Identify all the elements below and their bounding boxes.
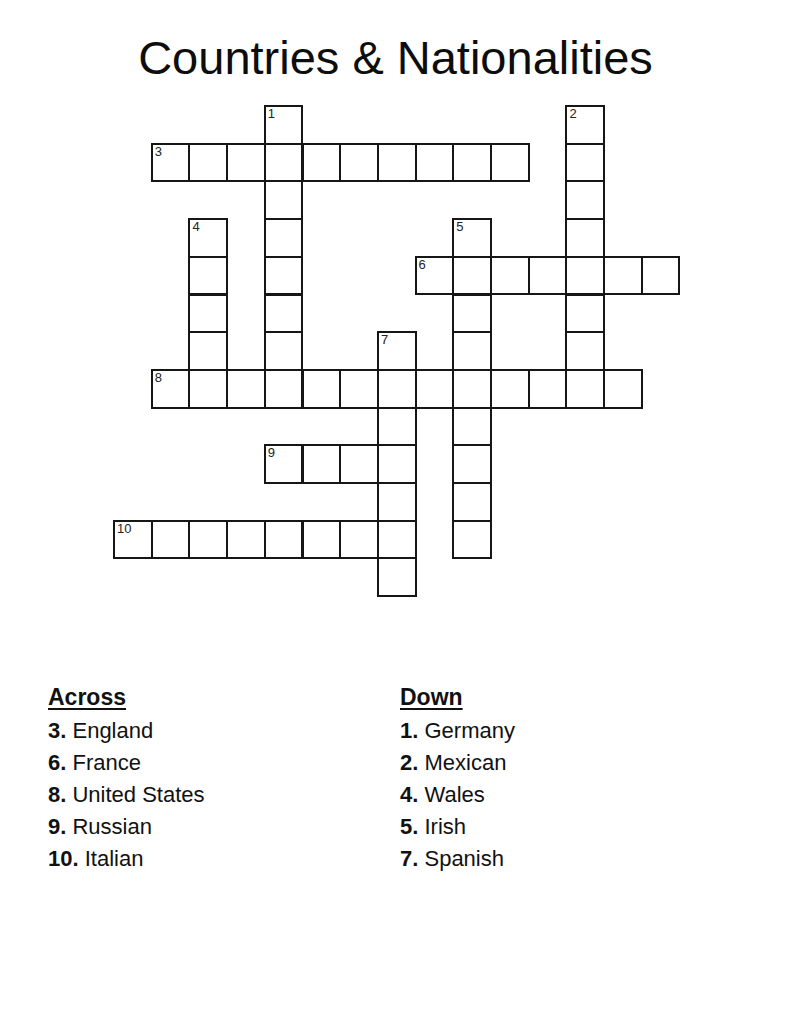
crossword-cell[interactable] [452, 369, 492, 409]
crossword-cell[interactable] [452, 143, 492, 183]
clue-number-label: 2 [569, 107, 576, 121]
crossword-cell[interactable] [264, 294, 304, 334]
crossword-cell[interactable] [603, 369, 643, 409]
crossword-cell[interactable] [264, 520, 304, 560]
crossword-cell[interactable] [565, 143, 605, 183]
crossword-cell[interactable] [415, 369, 455, 409]
clue-number-label: 9 [268, 446, 275, 460]
clue-number-label: 1 [268, 107, 275, 121]
clue-item-text: Germany [418, 718, 515, 743]
crossword-cell[interactable] [377, 520, 417, 560]
clue-item-number: 2. [400, 750, 418, 775]
page-title: Countries & Nationalities [0, 30, 791, 85]
crossword-cell[interactable] [377, 407, 417, 447]
across-clue-list: 3. England6. France8. United States9. Ru… [48, 715, 205, 875]
crossword-cell[interactable] [302, 369, 342, 409]
crossword-cell[interactable] [188, 369, 228, 409]
crossword-cell[interactable]: 10 [113, 520, 153, 560]
crossword-cell[interactable]: 3 [151, 143, 191, 183]
crossword-cell[interactable] [452, 482, 492, 522]
crossword-cell[interactable] [188, 256, 228, 296]
crossword-cell[interactable]: 9 [264, 444, 304, 484]
crossword-cell[interactable] [641, 256, 681, 296]
clue-item-text: Russian [66, 814, 152, 839]
crossword-cell[interactable] [226, 143, 266, 183]
crossword-cell[interactable] [377, 369, 417, 409]
crossword-cell[interactable] [188, 331, 228, 371]
crossword-cell[interactable]: 7 [377, 331, 417, 371]
clue-number-label: 5 [456, 220, 463, 234]
crossword-cell[interactable] [490, 256, 530, 296]
crossword-cell[interactable] [565, 180, 605, 220]
crossword-cell[interactable]: 5 [452, 218, 492, 258]
crossword-cell[interactable] [452, 444, 492, 484]
crossword-cell[interactable] [528, 369, 568, 409]
crossword-cell[interactable] [264, 180, 304, 220]
down-header: Down [400, 681, 515, 713]
clue-item-text: Spanish [418, 846, 504, 871]
clue-item-text: Mexican [418, 750, 506, 775]
clue-item: 8. United States [48, 779, 205, 811]
crossword-cell[interactable]: 1 [264, 105, 304, 145]
crossword-cell[interactable] [226, 520, 266, 560]
crossword-cell[interactable]: 8 [151, 369, 191, 409]
crossword-cell[interactable] [565, 369, 605, 409]
crossword-cell[interactable]: 4 [188, 218, 228, 258]
clue-item: 9. Russian [48, 811, 205, 843]
clue-item-text: Wales [418, 782, 484, 807]
clue-item: 3. England [48, 715, 205, 747]
crossword-cell[interactable] [490, 143, 530, 183]
crossword-cell[interactable] [339, 143, 379, 183]
crossword-cell[interactable] [603, 256, 643, 296]
clue-number-label: 6 [419, 258, 426, 272]
crossword-cell[interactable] [528, 256, 568, 296]
across-header: Across [48, 681, 205, 713]
clue-item-text: Irish [418, 814, 466, 839]
crossword-cell[interactable] [302, 143, 342, 183]
crossword-cell[interactable] [264, 369, 304, 409]
clue-item: 1. Germany [400, 715, 515, 747]
clue-number-label: 4 [192, 220, 199, 234]
clue-item-number: 3. [48, 718, 66, 743]
clue-item: 5. Irish [400, 811, 515, 843]
crossword-cell[interactable] [339, 369, 379, 409]
crossword-cell[interactable] [452, 331, 492, 371]
crossword-cell[interactable] [452, 520, 492, 560]
crossword-cell[interactable] [452, 256, 492, 296]
clue-item-number: 1. [400, 718, 418, 743]
clue-number-label: 10 [117, 522, 131, 536]
across-clues-section: Across 3. England6. France8. United Stat… [48, 681, 205, 875]
down-clue-list: 1. Germany2. Mexican4. Wales5. Irish7. S… [400, 715, 515, 875]
clue-item-number: 8. [48, 782, 66, 807]
down-clues-section: Down 1. Germany2. Mexican4. Wales5. Iris… [400, 681, 515, 875]
crossword-cell[interactable] [452, 407, 492, 447]
crossword-cell[interactable] [377, 557, 417, 597]
worksheet-page: Countries & Nationalities 12345678910 Ac… [0, 0, 791, 1024]
crossword-cell[interactable] [226, 369, 266, 409]
clue-item: 10. Italian [48, 843, 205, 875]
clue-item-text: United States [66, 782, 204, 807]
crossword-cell[interactable] [302, 444, 342, 484]
clue-item-number: 9. [48, 814, 66, 839]
clue-item: 6. France [48, 747, 205, 779]
crossword-cell[interactable] [377, 444, 417, 484]
clue-item-number: 4. [400, 782, 418, 807]
crossword-cell[interactable] [565, 331, 605, 371]
crossword-cell[interactable] [302, 520, 342, 560]
crossword-cell[interactable] [188, 294, 228, 334]
clue-item: 4. Wales [400, 779, 515, 811]
clue-item-number: 7. [400, 846, 418, 871]
clue-item-number: 6. [48, 750, 66, 775]
clue-item-text: England [66, 718, 153, 743]
crossword-cell[interactable] [151, 520, 191, 560]
crossword-cell[interactable]: 6 [415, 256, 455, 296]
clue-number-label: 7 [381, 333, 388, 347]
crossword-cell[interactable]: 2 [565, 105, 605, 145]
crossword-cell[interactable] [339, 520, 379, 560]
clue-item-number: 10. [48, 846, 79, 871]
crossword-cell[interactable] [264, 143, 304, 183]
crossword-grid: 12345678910 [113, 105, 679, 596]
crossword-cell[interactable] [188, 520, 228, 560]
clue-item-text: Italian [79, 846, 144, 871]
crossword-cell[interactable] [452, 294, 492, 334]
crossword-cell[interactable] [565, 294, 605, 334]
crossword-cell[interactable] [339, 444, 379, 484]
crossword-cell[interactable] [565, 218, 605, 258]
crossword-cell[interactable] [490, 369, 530, 409]
clue-item-number: 5. [400, 814, 418, 839]
clue-number-label: 3 [155, 145, 162, 159]
crossword-cell[interactable] [264, 218, 304, 258]
clue-number-label: 8 [155, 371, 162, 385]
crossword-cell[interactable] [188, 143, 228, 183]
clue-item: 7. Spanish [400, 843, 515, 875]
crossword-cell[interactable] [264, 256, 304, 296]
crossword-cell[interactable] [377, 482, 417, 522]
crossword-cell[interactable] [415, 143, 455, 183]
clue-item: 2. Mexican [400, 747, 515, 779]
crossword-cell[interactable] [377, 143, 417, 183]
clue-item-text: France [66, 750, 141, 775]
crossword-cell[interactable] [264, 331, 304, 371]
crossword-cell[interactable] [565, 256, 605, 296]
